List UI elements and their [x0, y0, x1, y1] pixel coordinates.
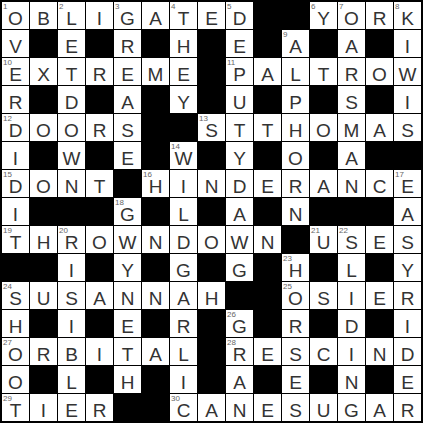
cell-r7c10[interactable]: E — [254, 170, 281, 197]
black-cell-r11c10 — [254, 282, 281, 309]
cell-letter-r9c6: N — [142, 233, 169, 252]
cell-r5c14[interactable]: A — [366, 114, 393, 141]
cell-letter-r3c7: E — [170, 65, 197, 84]
cell-letter-r2c3: E — [58, 37, 85, 56]
cell-letter-r2c11: A — [282, 37, 309, 56]
black-cell-r14c14 — [366, 366, 393, 393]
cell-r5c15[interactable]: S — [394, 114, 421, 141]
cell-r3c2[interactable]: X — [30, 58, 57, 85]
cell-letter-r3c10: A — [254, 65, 281, 84]
cell-r5c4[interactable]: R — [86, 114, 113, 141]
cell-r15c8[interactable]: A — [198, 394, 225, 421]
cell-letter-r4c15: I — [394, 93, 421, 112]
cell-r12c13[interactable]: D — [338, 310, 365, 337]
cell-letter-r13c3: B — [58, 345, 85, 364]
cell-letter-r1c9: D — [226, 9, 253, 28]
cell-letter-r15c8: A — [198, 401, 225, 420]
cell-r11c1[interactable]: 24S — [2, 282, 29, 309]
cell-r5c11[interactable]: H — [282, 114, 309, 141]
black-cell-r6c4 — [86, 142, 113, 169]
cell-letter-r9c12: U — [310, 233, 337, 252]
cell-letter-r13c12: C — [310, 345, 337, 364]
cell-r7c13[interactable]: N — [338, 170, 365, 197]
cell-r6c5[interactable]: E — [114, 142, 141, 169]
cell-letter-r11c1: S — [2, 289, 29, 308]
cell-r13c15[interactable]: D — [394, 338, 421, 365]
cell-r5c2[interactable]: O — [30, 114, 57, 141]
cell-letter-r9c2: H — [30, 233, 57, 252]
cell-letter-r14c3: L — [58, 373, 85, 392]
cell-r4c15[interactable]: I — [394, 86, 421, 113]
cell-r12c5[interactable]: E — [114, 310, 141, 337]
cell-r11c7[interactable]: A — [170, 282, 197, 309]
cell-r3c6[interactable]: M — [142, 58, 169, 85]
cell-r15c9[interactable]: N — [226, 394, 253, 421]
cell-r1c4[interactable]: I — [86, 2, 113, 29]
black-cell-r13c8 — [198, 338, 225, 365]
black-cell-r8c10 — [254, 198, 281, 225]
cell-r10c7[interactable]: G — [170, 254, 197, 281]
cell-letter-r14c13: N — [338, 373, 365, 392]
cell-r8c1[interactable]: I — [2, 198, 29, 225]
cell-r13c13[interactable]: I — [338, 338, 365, 365]
black-cell-r12c10 — [254, 310, 281, 337]
cell-r4c11[interactable]: P — [282, 86, 309, 113]
cell-letter-r10c3: I — [58, 261, 85, 280]
cell-r12c3[interactable]: I — [58, 310, 85, 337]
cell-letter-r7c9: D — [226, 177, 253, 196]
black-cell-r8c13 — [338, 198, 365, 225]
cell-letter-r10c11: H — [282, 261, 309, 280]
black-cell-r5c7 — [170, 114, 197, 141]
cell-letter-r4c1: R — [2, 93, 29, 112]
cell-letter-r7c14: C — [366, 177, 393, 196]
cell-r9c4[interactable]: O — [86, 226, 113, 253]
cell-r7c12[interactable]: A — [310, 170, 337, 197]
cell-letter-r13c10: E — [254, 345, 281, 364]
cell-r14c5[interactable]: H — [114, 366, 141, 393]
cell-r5c10[interactable]: T — [254, 114, 281, 141]
black-cell-r6c12 — [310, 142, 337, 169]
cell-r9c15[interactable]: S — [394, 226, 421, 253]
cell-letter-r8c7: L — [170, 205, 197, 224]
cell-letter-r13c11: S — [282, 345, 309, 364]
cell-r3c14[interactable]: O — [366, 58, 393, 85]
cell-letter-r13c14: N — [366, 345, 393, 364]
black-cell-r8c6 — [142, 198, 169, 225]
cell-r12c15[interactable]: I — [394, 310, 421, 337]
cell-r7c1[interactable]: 15D — [2, 170, 29, 197]
cell-letter-r1c7: T — [170, 9, 197, 28]
cell-r6c7[interactable]: 14W — [170, 142, 197, 169]
cell-r11c5[interactable]: N — [114, 282, 141, 309]
cell-r5c9[interactable]: T — [226, 114, 253, 141]
cell-r9c3[interactable]: 20R — [58, 226, 85, 253]
cell-letter-r2c5: R — [114, 37, 141, 56]
black-cell-r14c10 — [254, 366, 281, 393]
cell-r7c9[interactable]: D — [226, 170, 253, 197]
cell-letter-r12c1: H — [2, 317, 29, 336]
cell-r3c4[interactable]: R — [86, 58, 113, 85]
cell-r4c9[interactable]: U — [226, 86, 253, 113]
cell-letter-r7c13: N — [338, 177, 365, 196]
cell-r12c1[interactable]: H — [2, 310, 29, 337]
cell-r14c15[interactable]: E — [394, 366, 421, 393]
cell-r13c4[interactable]: I — [86, 338, 113, 365]
cell-letter-r12c3: I — [58, 317, 85, 336]
black-cell-r12c14 — [366, 310, 393, 337]
black-cell-r4c4 — [86, 86, 113, 113]
cell-letter-r6c7: W — [170, 149, 197, 168]
cell-letter-r8c11: N — [282, 205, 309, 224]
cell-r9c8[interactable]: O — [198, 226, 225, 253]
cell-r13c9[interactable]: 28R — [226, 338, 253, 365]
cell-letter-r11c11: O — [282, 289, 309, 308]
cell-r2c7[interactable]: H — [170, 30, 197, 57]
black-cell-r11c9 — [226, 282, 253, 309]
black-cell-r8c2 — [30, 198, 57, 225]
cell-r9c2[interactable]: H — [30, 226, 57, 253]
cell-r1c7[interactable]: 4T — [170, 2, 197, 29]
cell-r3c10[interactable]: A — [254, 58, 281, 85]
cell-letter-r15c15: R — [394, 401, 421, 420]
cell-r9c10[interactable]: N — [254, 226, 281, 253]
cell-r14c11[interactable]: E — [282, 366, 309, 393]
cell-r9c7[interactable]: D — [170, 226, 197, 253]
cell-r15c11[interactable]: S — [282, 394, 309, 421]
cell-letter-r3c2: X — [30, 65, 57, 84]
black-cell-r10c12 — [310, 254, 337, 281]
cell-r2c11[interactable]: 9A — [282, 30, 309, 57]
cell-r15c2[interactable]: I — [30, 394, 57, 421]
cell-r3c3[interactable]: T — [58, 58, 85, 85]
cell-r1c1[interactable]: 1O — [2, 2, 29, 29]
cell-letter-r4c5: A — [114, 93, 141, 112]
cell-r3c7[interactable]: E — [170, 58, 197, 85]
black-cell-r10c6 — [142, 254, 169, 281]
cell-letter-r6c9: Y — [226, 149, 253, 168]
cell-letter-r13c2: R — [30, 345, 57, 364]
cell-r13c2[interactable]: R — [30, 338, 57, 365]
cell-r13c14[interactable]: N — [366, 338, 393, 365]
cell-r8c15[interactable]: A — [394, 198, 421, 225]
cell-r12c7[interactable]: R — [170, 310, 197, 337]
cell-letter-r7c12: A — [310, 177, 337, 196]
cell-r3c5[interactable]: E — [114, 58, 141, 85]
black-cell-r6c10 — [254, 142, 281, 169]
cell-r3c11[interactable]: L — [282, 58, 309, 85]
cell-letter-r6c11: O — [282, 149, 309, 168]
cell-r2c9[interactable]: E — [226, 30, 253, 57]
cell-letter-r10c13: L — [338, 261, 365, 280]
cell-r11c8[interactable]: H — [198, 282, 225, 309]
cell-r11c14[interactable]: E — [366, 282, 393, 309]
cell-letter-r10c7: G — [170, 261, 197, 280]
black-cell-r2c6 — [142, 30, 169, 57]
cell-letter-r1c2: B — [30, 9, 57, 28]
cell-letter-r14c9: A — [226, 373, 253, 392]
cell-letter-r2c9: E — [226, 37, 253, 56]
cell-letter-r2c1: V — [2, 37, 29, 56]
cell-r9c13[interactable]: 22S — [338, 226, 365, 253]
cell-r14c9[interactable]: A — [226, 366, 253, 393]
cell-letter-r6c5: E — [114, 149, 141, 168]
cell-letter-r9c13: S — [338, 233, 365, 252]
cell-r1c6[interactable]: A — [142, 2, 169, 29]
cell-letter-r11c3: S — [58, 289, 85, 308]
cell-r6c13[interactable]: A — [338, 142, 365, 169]
cell-letter-r5c5: S — [114, 121, 141, 140]
cell-letter-r3c5: E — [114, 65, 141, 84]
cell-r11c2[interactable]: U — [30, 282, 57, 309]
cell-r8c5[interactable]: 18G — [114, 198, 141, 225]
cell-letter-r5c2: O — [30, 121, 57, 140]
cell-letter-r12c5: E — [114, 317, 141, 336]
cell-r14c3[interactable]: L — [58, 366, 85, 393]
cell-letter-r11c8: H — [198, 289, 225, 308]
cell-r7c14[interactable]: C — [366, 170, 393, 197]
cell-r15c10[interactable]: E — [254, 394, 281, 421]
cell-r15c7[interactable]: 30C — [170, 394, 197, 421]
cell-r1c15[interactable]: 8K — [394, 2, 421, 29]
cell-letter-r5c14: A — [366, 121, 393, 140]
cell-r8c9[interactable]: A — [226, 198, 253, 225]
cell-letter-r7c8: N — [198, 177, 225, 196]
cell-letter-r6c1: I — [2, 149, 29, 168]
cell-r9c6[interactable]: N — [142, 226, 169, 253]
cell-r5c8[interactable]: 13S — [198, 114, 225, 141]
cell-r1c13[interactable]: 7O — [338, 2, 365, 29]
cell-letter-r4c3: D — [58, 93, 85, 112]
cell-letter-r9c8: O — [198, 233, 225, 252]
cell-letter-r2c7: H — [170, 37, 197, 56]
black-cell-r2c12 — [310, 30, 337, 57]
cell-letter-r13c4: I — [86, 345, 113, 364]
cell-letter-r9c3: R — [58, 233, 85, 252]
cell-letter-r14c15: E — [394, 373, 421, 392]
cell-letter-r3c6: M — [142, 65, 169, 84]
cell-r13c3[interactable]: B — [58, 338, 85, 365]
cell-letter-r5c4: R — [86, 121, 113, 140]
cell-r4c1[interactable]: R — [2, 86, 29, 113]
black-cell-r5c6 — [142, 114, 169, 141]
cell-letter-r1c8: E — [198, 9, 225, 28]
cell-r14c7[interactable]: I — [170, 366, 197, 393]
cell-r5c5[interactable]: S — [114, 114, 141, 141]
cell-r3c9[interactable]: 11P — [226, 58, 253, 85]
cell-r11c13[interactable]: I — [338, 282, 365, 309]
cell-letter-r15c2: I — [30, 401, 57, 420]
black-cell-r12c12 — [310, 310, 337, 337]
cell-r1c3[interactable]: 2L — [58, 2, 85, 29]
cell-letter-r3c11: L — [282, 65, 309, 84]
cell-letter-r5c11: H — [282, 121, 309, 140]
cell-r1c5[interactable]: 3G — [114, 2, 141, 29]
cell-r7c11[interactable]: R — [282, 170, 309, 197]
cell-r13c5[interactable]: T — [114, 338, 141, 365]
cell-r6c3[interactable]: W — [58, 142, 85, 169]
cell-r13c12[interactable]: C — [310, 338, 337, 365]
cell-r3c13[interactable]: R — [338, 58, 365, 85]
cell-letter-r9c5: W — [114, 233, 141, 252]
cell-letter-r15c3: E — [58, 401, 85, 420]
cell-r8c7[interactable]: L — [170, 198, 197, 225]
cell-letter-r7c1: D — [2, 177, 29, 196]
cell-r1c8[interactable]: E — [198, 2, 225, 29]
cell-letter-r3c4: R — [86, 65, 113, 84]
cell-r2c5[interactable]: R — [114, 30, 141, 57]
black-cell-r3c8 — [198, 58, 225, 85]
cell-r15c14[interactable]: A — [366, 394, 393, 421]
cell-r5c13[interactable]: M — [338, 114, 365, 141]
cell-letter-r14c5: H — [114, 373, 141, 392]
cell-letter-r5c15: S — [394, 121, 421, 140]
black-cell-r6c6 — [142, 142, 169, 169]
cell-r13c1[interactable]: 27O — [2, 338, 29, 365]
cell-r7c15[interactable]: 17E — [394, 170, 421, 197]
cell-r11c12[interactable]: S — [310, 282, 337, 309]
cell-r7c4[interactable]: T — [86, 170, 113, 197]
black-cell-r8c12 — [310, 198, 337, 225]
cell-r11c3[interactable]: S — [58, 282, 85, 309]
cell-r4c13[interactable]: S — [338, 86, 365, 113]
cell-r8c11[interactable]: N — [282, 198, 309, 225]
cell-r4c5[interactable]: A — [114, 86, 141, 113]
cell-r5c1[interactable]: 12D — [2, 114, 29, 141]
cell-r1c2[interactable]: B — [30, 2, 57, 29]
black-cell-r10c1 — [2, 254, 29, 281]
black-cell-r4c2 — [30, 86, 57, 113]
black-cell-r8c3 — [58, 198, 85, 225]
cell-r14c1[interactable]: O — [2, 366, 29, 393]
cell-r13c7[interactable]: L — [170, 338, 197, 365]
cell-letter-r3c1: E — [2, 65, 29, 84]
black-cell-r14c2 — [30, 366, 57, 393]
cell-r15c13[interactable]: G — [338, 394, 365, 421]
cell-r11c15[interactable]: R — [394, 282, 421, 309]
cell-letter-r5c1: D — [2, 121, 29, 140]
cell-r4c3[interactable]: D — [58, 86, 85, 113]
cell-r3c15[interactable]: W — [394, 58, 421, 85]
cell-r10c5[interactable]: Y — [114, 254, 141, 281]
cell-letter-r15c4: R — [86, 401, 113, 420]
cell-r10c13[interactable]: L — [338, 254, 365, 281]
cell-letter-r15c1: T — [2, 401, 29, 420]
cell-r12c9[interactable]: 26G — [226, 310, 253, 337]
cell-letter-r1c12: Y — [310, 9, 337, 28]
cell-letter-r14c7: I — [170, 373, 197, 392]
cell-letter-r13c6: A — [142, 345, 169, 364]
cell-letter-r1c5: G — [114, 9, 141, 28]
cell-r9c1[interactable]: 19T — [2, 226, 29, 253]
cell-r15c1[interactable]: 29T — [2, 394, 29, 421]
cell-r7c3[interactable]: N — [58, 170, 85, 197]
cell-r15c12[interactable]: U — [310, 394, 337, 421]
black-cell-r10c14 — [366, 254, 393, 281]
cell-r6c11[interactable]: O — [282, 142, 309, 169]
cell-r11c6[interactable]: N — [142, 282, 169, 309]
cell-letter-r11c14: E — [366, 289, 393, 308]
cell-r1c12[interactable]: 6Y — [310, 2, 337, 29]
cell-r7c2[interactable]: O — [30, 170, 57, 197]
cell-r9c9[interactable]: W — [226, 226, 253, 253]
cell-r15c15[interactable]: R — [394, 394, 421, 421]
cell-letter-r3c14: O — [366, 65, 393, 84]
cell-r13c10[interactable]: E — [254, 338, 281, 365]
cell-letter-r5c8: S — [198, 121, 225, 140]
cell-r10c15[interactable]: Y — [394, 254, 421, 281]
cell-r12c11[interactable]: R — [282, 310, 309, 337]
cell-letter-r2c13: A — [338, 37, 365, 56]
cell-r7c8[interactable]: N — [198, 170, 225, 197]
cell-r2c15[interactable]: I — [394, 30, 421, 57]
cell-r6c9[interactable]: Y — [226, 142, 253, 169]
cell-r13c6[interactable]: A — [142, 338, 169, 365]
cell-r10c11[interactable]: 23H — [282, 254, 309, 281]
cell-r5c3[interactable]: O — [58, 114, 85, 141]
cell-r7c6[interactable]: 16H — [142, 170, 169, 197]
cell-r14c13[interactable]: N — [338, 366, 365, 393]
cell-letter-r8c1: I — [2, 205, 29, 224]
cell-letter-r3c9: P — [226, 65, 253, 84]
cell-letter-r8c5: G — [114, 205, 141, 224]
cell-letter-r5c3: O — [58, 121, 85, 140]
cell-r1c9[interactable]: 5D — [226, 2, 253, 29]
cell-r9c12[interactable]: 21U — [310, 226, 337, 253]
cell-r6c1[interactable]: I — [2, 142, 29, 169]
cell-letter-r7c4: T — [86, 177, 113, 196]
cell-r1c14[interactable]: R — [366, 2, 393, 29]
cell-r3c1[interactable]: 10E — [2, 58, 29, 85]
cell-letter-r3c13: R — [338, 65, 365, 84]
cell-r2c1[interactable]: V — [2, 30, 29, 57]
black-cell-r4c8 — [198, 86, 225, 113]
cell-r10c9[interactable]: G — [226, 254, 253, 281]
cell-letter-r13c5: T — [114, 345, 141, 364]
cell-letter-r12c9: G — [226, 317, 253, 336]
cell-r11c4[interactable]: A — [86, 282, 113, 309]
cell-letter-r2c15: I — [394, 37, 421, 56]
cell-r2c13[interactable]: A — [338, 30, 365, 57]
black-cell-r12c2 — [30, 310, 57, 337]
cell-letter-r4c7: Y — [170, 93, 197, 112]
cell-letter-r1c3: L — [58, 9, 85, 28]
cell-r10c3[interactable]: I — [58, 254, 85, 281]
cell-r3c12[interactable]: T — [310, 58, 337, 85]
cell-letter-r9c7: D — [170, 233, 197, 252]
cell-r15c3[interactable]: E — [58, 394, 85, 421]
cell-r2c3[interactable]: E — [58, 30, 85, 57]
cell-r13c11[interactable]: S — [282, 338, 309, 365]
cell-letter-r13c13: I — [338, 345, 365, 364]
cell-r9c5[interactable]: W — [114, 226, 141, 253]
cell-letter-r12c11: R — [282, 317, 309, 336]
cell-r7c7[interactable]: I — [170, 170, 197, 197]
cell-r15c4[interactable]: R — [86, 394, 113, 421]
cell-letter-r7c7: I — [170, 177, 197, 196]
cell-r4c7[interactable]: Y — [170, 86, 197, 113]
black-cell-r14c4 — [86, 366, 113, 393]
cell-r11c11[interactable]: 25O — [282, 282, 309, 309]
black-cell-r1c10 — [254, 2, 281, 29]
cell-r9c14[interactable]: E — [366, 226, 393, 253]
black-cell-r15c6 — [142, 394, 169, 421]
cell-letter-r11c6: N — [142, 289, 169, 308]
cell-letter-r14c1: O — [2, 373, 29, 392]
cell-letter-r11c5: N — [114, 289, 141, 308]
cell-letter-r5c12: O — [310, 121, 337, 140]
cell-r5c12[interactable]: O — [310, 114, 337, 141]
